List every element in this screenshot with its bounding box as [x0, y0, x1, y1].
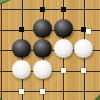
white-stone[interactable] — [12, 60, 31, 79]
white-square-marker — [81, 68, 86, 73]
white-square-marker — [86, 29, 91, 34]
white-square-marker — [40, 89, 45, 94]
black-square-marker — [19, 27, 24, 32]
black-stone[interactable] — [33, 39, 52, 58]
black-square-marker — [40, 7, 45, 12]
black-stone[interactable] — [33, 19, 52, 38]
black-square-marker — [61, 7, 66, 12]
white-square-marker — [61, 68, 66, 73]
white-square-marker — [19, 89, 24, 94]
grid-line-horizontal — [0, 9, 100, 10]
black-stone[interactable] — [12, 39, 31, 58]
white-stone[interactable] — [54, 39, 73, 58]
white-stone[interactable] — [74, 39, 93, 58]
go-app-viewport — [0, 0, 100, 100]
black-stone[interactable] — [54, 19, 73, 38]
grid-line-horizontal — [0, 91, 100, 92]
white-stone[interactable] — [33, 60, 52, 79]
go-board[interactable] — [0, 0, 100, 100]
